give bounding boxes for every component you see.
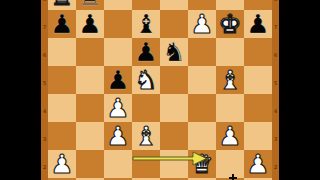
- piece-white-pawn-h2: ♟: [244, 150, 272, 178]
- piece-white-bishop-g5: ♝: [216, 66, 244, 94]
- piece-white-pawn-c3: ♟: [104, 122, 132, 150]
- video-frame: 87654321 87654321 ♜♜♟♟♝♟♚♟♟♞♟♞♝♟♟♝♟♟♛♟: [0, 0, 320, 180]
- board-border-left: 87654321: [41, 0, 48, 180]
- rank-label-1: 1: [272, 178, 279, 180]
- piece-white-pawn-a2: ♟: [48, 150, 76, 178]
- piece-black-pawn-b7: ♟: [76, 10, 104, 38]
- piece-black-pawn-d6: ♟: [132, 38, 160, 66]
- piece-white-king-g7: ♚: [216, 10, 244, 38]
- rank-label-1: 1: [41, 178, 48, 180]
- rank-label-3: 3: [272, 122, 279, 150]
- piece-black-king-g1-crossbar: [229, 177, 238, 180]
- rank-label-2: 2: [272, 150, 279, 178]
- rank-label-5: 5: [41, 66, 48, 94]
- rank-label-6: 6: [272, 38, 279, 66]
- rank-label-7: 7: [41, 10, 48, 38]
- piece-black-knight-e6: ♞: [160, 38, 188, 66]
- piece-black-pawn-h7: ♟: [244, 10, 272, 38]
- rank-label-2: 2: [41, 150, 48, 178]
- rank-label-6: 6: [41, 38, 48, 66]
- piece-black-pawn-a7: ♟: [48, 10, 76, 38]
- piece-white-pawn-c4: ♟: [104, 94, 132, 122]
- piece-white-bishop-d3: ♝: [132, 122, 160, 150]
- piece-black-pawn-c5: ♟: [104, 66, 132, 94]
- rank-label-7: 7: [272, 10, 279, 38]
- piece-white-pawn-f7: ♟: [188, 10, 216, 38]
- rank-label-8: 8: [41, 0, 48, 10]
- piece-white-pawn-g3: ♟: [216, 122, 244, 150]
- board-border-right: 87654321: [272, 0, 279, 180]
- piece-black-bishop-d7: ♝: [132, 10, 160, 38]
- rank-label-3: 3: [41, 122, 48, 150]
- piece-white-knight-d5: ♞: [132, 66, 160, 94]
- rank-label-4: 4: [41, 94, 48, 122]
- rank-label-4: 4: [272, 94, 279, 122]
- pieces-layer: ♜♜♟♟♝♟♚♟♟♞♟♞♝♟♟♝♟♟♛♟: [48, 0, 272, 180]
- piece-white-queen-f2: ♛: [188, 150, 216, 178]
- chess-board: 87654321 87654321 ♜♜♟♟♝♟♚♟♟♞♟♞♝♟♟♝♟♟♛♟: [41, 0, 279, 180]
- rank-label-5: 5: [272, 66, 279, 94]
- rank-label-8: 8: [272, 0, 279, 10]
